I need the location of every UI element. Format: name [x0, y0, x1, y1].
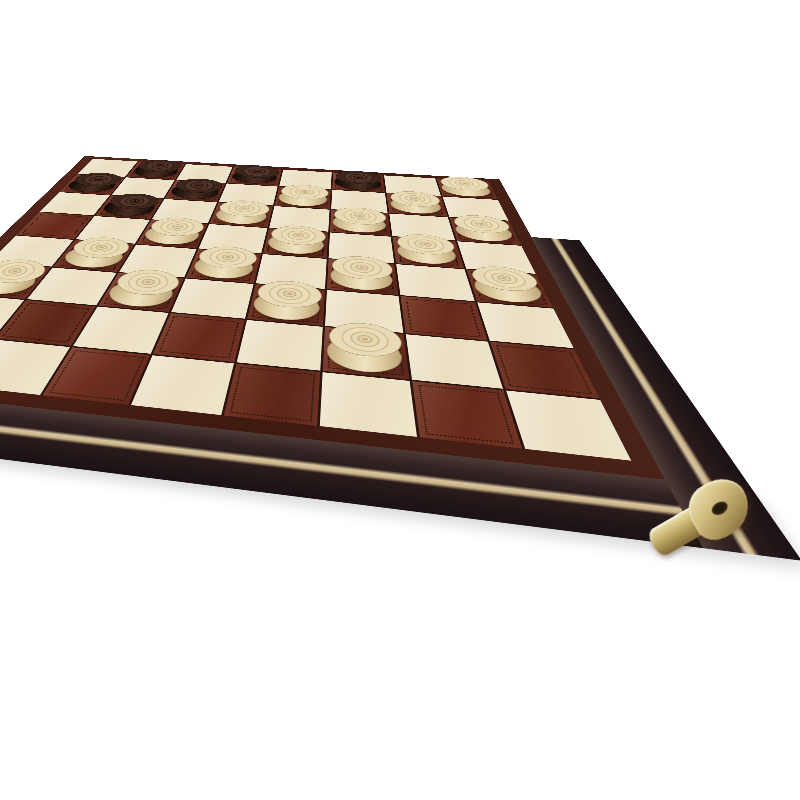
square-d3[interactable] — [171, 278, 253, 318]
stitch-border — [49, 350, 144, 401]
square-d2[interactable] — [153, 313, 244, 362]
checker-piece-light-d6[interactable] — [213, 199, 270, 226]
checker-piece-light-f4[interactable] — [331, 254, 394, 293]
square-f2[interactable] — [323, 327, 410, 379]
checker-piece-light-c5[interactable] — [141, 216, 206, 247]
square-f4[interactable] — [327, 259, 399, 295]
checker-piece-light-f6[interactable] — [334, 206, 387, 235]
square-d6[interactable] — [210, 202, 273, 227]
checker-piece-light-e5[interactable] — [267, 224, 325, 256]
checker-piece-light-g5[interactable] — [396, 233, 460, 267]
checker-piece-light-f2[interactable] — [328, 320, 404, 376]
stitch-border — [230, 367, 315, 422]
stitch-border — [159, 316, 239, 359]
square-c5[interactable] — [137, 220, 208, 248]
square-e1[interactable] — [223, 363, 320, 425]
stitch-border — [405, 298, 481, 337]
photo-scene — [0, 0, 800, 800]
checker-piece-dark-d8[interactable] — [230, 164, 279, 185]
checker-piece-dark-c7[interactable] — [168, 178, 223, 201]
square-g2[interactable] — [406, 334, 503, 388]
square-f6[interactable] — [330, 210, 391, 236]
checker-piece-dark-f8[interactable] — [335, 170, 381, 192]
square-f1[interactable] — [320, 372, 418, 437]
checker-piece-light-g7[interactable] — [389, 190, 443, 215]
square-e5[interactable] — [263, 228, 328, 258]
square-g3[interactable] — [401, 296, 487, 340]
square-g4[interactable] — [396, 264, 474, 301]
square-e3[interactable] — [247, 284, 325, 326]
square-d1[interactable] — [131, 355, 234, 415]
square-d4[interactable] — [186, 249, 261, 283]
stitch-border — [418, 385, 514, 444]
checker-piece-dark-b8[interactable] — [130, 159, 184, 179]
checker-piece-light-e3[interactable] — [252, 279, 321, 324]
square-e2[interactable] — [236, 320, 322, 370]
checker-piece-light-d4[interactable] — [191, 245, 259, 282]
checker-piece-light-e7[interactable] — [278, 184, 328, 208]
